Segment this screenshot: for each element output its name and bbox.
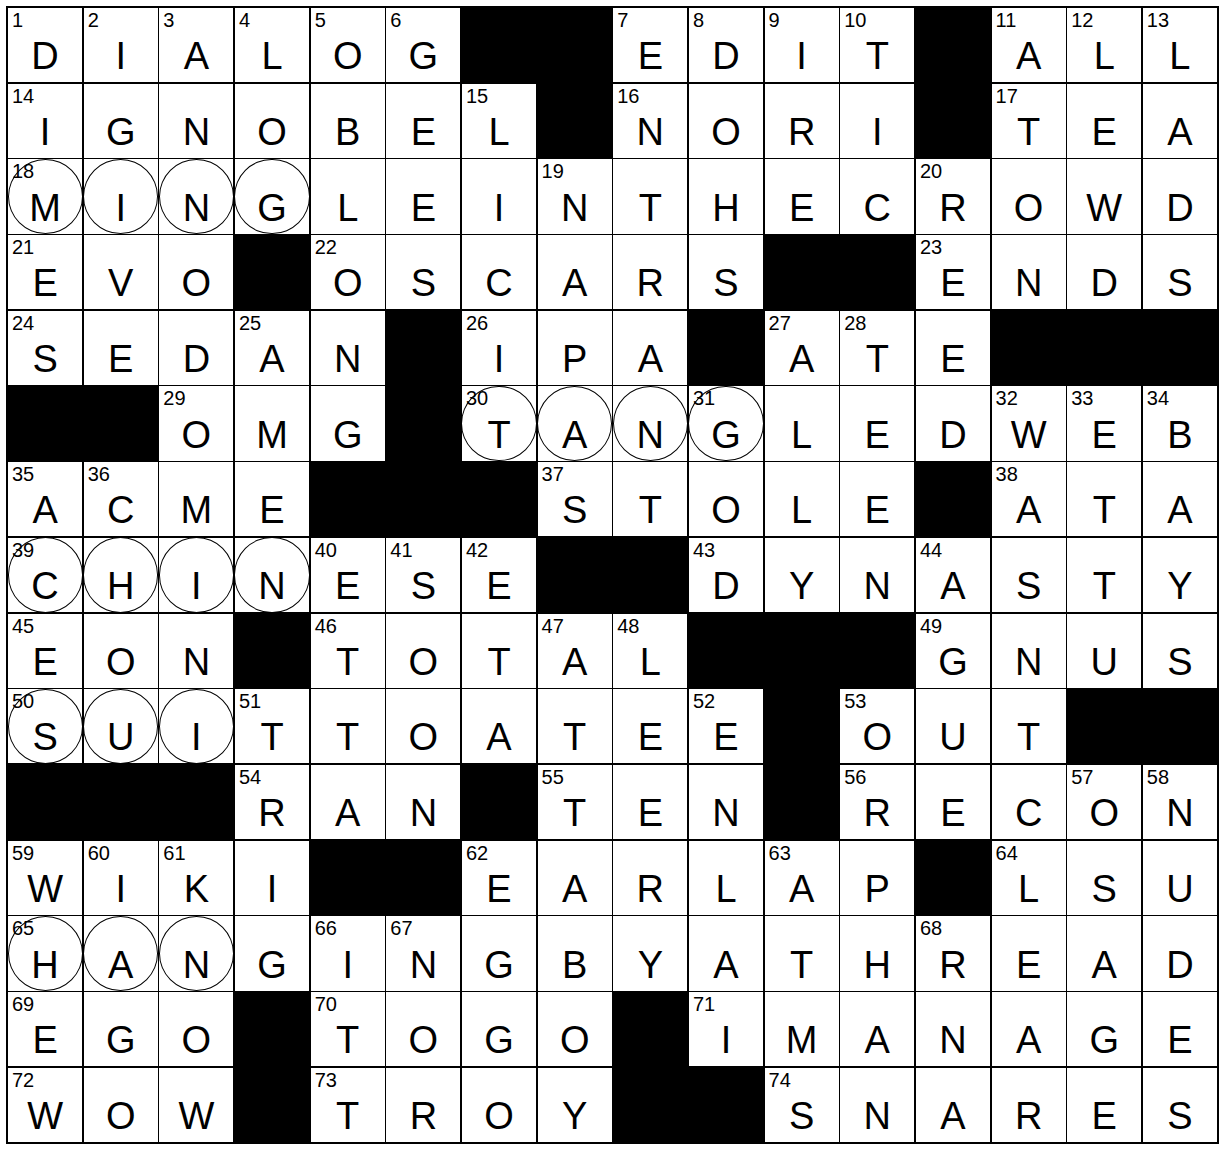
cell-r14c13[interactable]: N: [916, 992, 990, 1066]
cell-r1c16[interactable]: 13L: [1143, 8, 1217, 82]
cell-r11c16[interactable]: 58N: [1143, 765, 1217, 839]
cell-letter: I: [235, 870, 309, 908]
black-cell-r11c2: [84, 765, 158, 839]
cell-r3c8[interactable]: 19N: [538, 159, 612, 233]
cell-r15c16[interactable]: S: [1143, 1068, 1217, 1142]
cell-r2c15[interactable]: E: [1067, 84, 1141, 158]
cell-r4c6[interactable]: S: [386, 235, 460, 309]
cell-r7c16[interactable]: A: [1143, 462, 1217, 536]
cell-r6c16[interactable]: 34B: [1143, 386, 1217, 460]
cell-r7c8[interactable]: 37S: [538, 462, 612, 536]
cell-r8c15[interactable]: T: [1067, 538, 1141, 612]
cell-r12c9[interactable]: R: [613, 841, 687, 915]
cell-r15c11[interactable]: 74S: [765, 1068, 839, 1142]
cell-r15c15[interactable]: E: [1067, 1068, 1141, 1142]
black-cell-r6c6: [386, 386, 460, 460]
cell-r12c16[interactable]: U: [1143, 841, 1217, 915]
cell-r8c11[interactable]: Y: [765, 538, 839, 612]
cell-r8c2[interactable]: H: [84, 538, 158, 612]
black-cell-r1c7: [462, 8, 536, 82]
cell-r4c8[interactable]: A: [538, 235, 612, 309]
cell-r2c12[interactable]: I: [840, 84, 914, 158]
cell-r7c4[interactable]: E: [235, 462, 309, 536]
cell-r10c2[interactable]: U: [84, 689, 158, 763]
cell-r13c1[interactable]: 65H: [8, 916, 82, 990]
cell-letter: S: [765, 1097, 839, 1135]
clue-number: 44: [920, 539, 942, 561]
cell-r9c7[interactable]: T: [462, 614, 536, 688]
cell-r13c15[interactable]: A: [1067, 916, 1141, 990]
cell-r2c14[interactable]: 17T: [992, 84, 1066, 158]
cell-letter: N: [1143, 794, 1217, 832]
cell-r15c7[interactable]: O: [462, 1068, 536, 1142]
cell-r8c6[interactable]: 41S: [386, 538, 460, 612]
cell-letter: T: [1067, 491, 1141, 529]
cell-letter: N: [538, 189, 612, 227]
cell-r11c9[interactable]: E: [613, 765, 687, 839]
black-cell-r6c1: [8, 386, 82, 460]
cell-letter: E: [1143, 1021, 1217, 1059]
cell-r8c5[interactable]: 40E: [311, 538, 385, 612]
cell-r3c2[interactable]: I: [84, 159, 158, 233]
cell-letter: R: [613, 264, 687, 302]
cell-r11c4[interactable]: 54R: [235, 765, 309, 839]
cell-r14c3[interactable]: O: [159, 992, 233, 1066]
cell-r11c6[interactable]: N: [386, 765, 460, 839]
cell-r5c7[interactable]: 26I: [462, 311, 536, 385]
cell-letter: T: [538, 718, 612, 756]
cell-letter: G: [916, 643, 990, 681]
cell-letter: W: [992, 416, 1066, 454]
cell-letter: P: [840, 870, 914, 908]
cell-r9c1[interactable]: 45E: [8, 614, 82, 688]
cell-letter: N: [159, 643, 233, 681]
cell-r11c10[interactable]: N: [689, 765, 763, 839]
clue-number: 55: [542, 766, 564, 788]
cell-r15c12[interactable]: N: [840, 1068, 914, 1142]
cell-r1c5[interactable]: 5O: [311, 8, 385, 82]
cell-r3c5[interactable]: L: [311, 159, 385, 233]
cell-r4c5[interactable]: 22O: [311, 235, 385, 309]
cell-letter: L: [765, 416, 839, 454]
clue-number: 40: [315, 539, 337, 561]
clue-number: 67: [390, 917, 412, 939]
cell-r10c9[interactable]: E: [613, 689, 687, 763]
cell-r5c12[interactable]: 28T: [840, 311, 914, 385]
cell-r4c9[interactable]: R: [613, 235, 687, 309]
cell-r6c4[interactable]: M: [235, 386, 309, 460]
clue-number: 19: [542, 160, 564, 182]
cell-r3c3[interactable]: N: [159, 159, 233, 233]
cell-r3c16[interactable]: D: [1143, 159, 1217, 233]
cell-r11c12[interactable]: 56R: [840, 765, 914, 839]
cell-r4c15[interactable]: D: [1067, 235, 1141, 309]
black-cell-r5c16: [1143, 311, 1217, 385]
cell-r2c10[interactable]: O: [689, 84, 763, 158]
cell-r15c6[interactable]: R: [386, 1068, 460, 1142]
cell-letter: Y: [613, 946, 687, 984]
cell-r6c13[interactable]: D: [916, 386, 990, 460]
cell-r6c7[interactable]: 30T: [462, 386, 536, 460]
cell-r6c14[interactable]: 32W: [992, 386, 1066, 460]
cell-r12c4[interactable]: I: [235, 841, 309, 915]
cell-letter: O: [386, 718, 460, 756]
cell-r12c7[interactable]: 62E: [462, 841, 536, 915]
cell-r8c14[interactable]: S: [992, 538, 1066, 612]
black-cell-r6c2: [84, 386, 158, 460]
cell-r12c8[interactable]: A: [538, 841, 612, 915]
cell-r1c14[interactable]: 11A: [992, 8, 1066, 82]
cell-r13c5[interactable]: 66I: [311, 916, 385, 990]
cell-letter: E: [8, 264, 82, 302]
cell-letter: I: [84, 189, 158, 227]
cell-r3c11[interactable]: E: [765, 159, 839, 233]
cell-r7c10[interactable]: O: [689, 462, 763, 536]
cell-r5c4[interactable]: 25A: [235, 311, 309, 385]
cell-r13c11[interactable]: T: [765, 916, 839, 990]
cell-r5c1[interactable]: 24S: [8, 311, 82, 385]
cell-r2c3[interactable]: N: [159, 84, 233, 158]
cell-letter: I: [84, 37, 158, 75]
cell-r13c12[interactable]: H: [840, 916, 914, 990]
cell-r10c3[interactable]: I: [159, 689, 233, 763]
cell-r3c1[interactable]: 18M: [8, 159, 82, 233]
cell-letter: O: [840, 718, 914, 756]
cell-r1c3[interactable]: 3A: [159, 8, 233, 82]
cell-r15c2[interactable]: O: [84, 1068, 158, 1142]
cell-letter: T: [462, 643, 536, 681]
clue-number: 30: [466, 387, 488, 409]
clue-number: 52: [693, 690, 715, 712]
cell-r9c8[interactable]: 47A: [538, 614, 612, 688]
cell-r3c10[interactable]: H: [689, 159, 763, 233]
clue-number: 43: [693, 539, 715, 561]
black-cell-r9c12: [840, 614, 914, 688]
cell-r10c10[interactable]: 52E: [689, 689, 763, 763]
black-cell-r15c10: [689, 1068, 763, 1142]
cell-r6c10[interactable]: 31G: [689, 386, 763, 460]
cell-r6c12[interactable]: E: [840, 386, 914, 460]
cell-r6c8[interactable]: A: [538, 386, 612, 460]
cell-r3c15[interactable]: W: [1067, 159, 1141, 233]
cell-letter: A: [765, 340, 839, 378]
clue-number: 60: [88, 842, 110, 864]
cell-r12c12[interactable]: P: [840, 841, 914, 915]
cell-r3c7[interactable]: I: [462, 159, 536, 233]
cell-r7c12[interactable]: E: [840, 462, 914, 536]
cell-r6c11[interactable]: L: [765, 386, 839, 460]
cell-r12c11[interactable]: 63A: [765, 841, 839, 915]
cell-r14c5[interactable]: 70T: [311, 992, 385, 1066]
cell-r1c2[interactable]: 2I: [84, 8, 158, 82]
cell-letter: H: [8, 946, 82, 984]
black-cell-r7c7: [462, 462, 536, 536]
clue-number: 42: [466, 539, 488, 561]
cell-letter: M: [8, 189, 82, 227]
cell-r11c13[interactable]: E: [916, 765, 990, 839]
cell-r1c11[interactable]: 9I: [765, 8, 839, 82]
cell-r7c1[interactable]: 35A: [8, 462, 82, 536]
cell-r8c4[interactable]: N: [235, 538, 309, 612]
cell-letter: W: [1067, 189, 1141, 227]
clue-number: 12: [1071, 9, 1093, 31]
cell-letter: A: [1067, 946, 1141, 984]
cell-r7c9[interactable]: T: [613, 462, 687, 536]
cell-r14c2[interactable]: G: [84, 992, 158, 1066]
cell-r2c7[interactable]: 15L: [462, 84, 536, 158]
cell-r2c4[interactable]: O: [235, 84, 309, 158]
cell-r14c6[interactable]: O: [386, 992, 460, 1066]
crossword-puzzle-page: 1D2I3A4L5O6G7E8D9I10T11A12L13L14IGNOBE15…: [0, 0, 1225, 1150]
cell-r1c12[interactable]: 10T: [840, 8, 914, 82]
cell-letter: L: [235, 37, 309, 75]
cell-r14c14[interactable]: A: [992, 992, 1066, 1066]
cell-r14c7[interactable]: G: [462, 992, 536, 1066]
cell-r8c16[interactable]: Y: [1143, 538, 1217, 612]
cell-r3c6[interactable]: E: [386, 159, 460, 233]
cell-r11c5[interactable]: A: [311, 765, 385, 839]
cell-r10c7[interactable]: A: [462, 689, 536, 763]
cell-r13c6[interactable]: 67N: [386, 916, 460, 990]
cell-r11c8[interactable]: 55T: [538, 765, 612, 839]
cell-letter: L: [462, 113, 536, 151]
cell-letter: A: [538, 264, 612, 302]
cell-r9c6[interactable]: O: [386, 614, 460, 688]
cell-r2c16[interactable]: A: [1143, 84, 1217, 158]
cell-r15c3[interactable]: W: [159, 1068, 233, 1142]
clue-number: 11: [996, 9, 1017, 31]
cell-r14c15[interactable]: G: [1067, 992, 1141, 1066]
cell-r7c14[interactable]: 38A: [992, 462, 1066, 536]
clue-number: 34: [1147, 387, 1169, 409]
cell-r9c9[interactable]: 48L: [613, 614, 687, 688]
cell-r8c13[interactable]: 44A: [916, 538, 990, 612]
cell-r1c10[interactable]: 8D: [689, 8, 763, 82]
cell-r14c11[interactable]: M: [765, 992, 839, 1066]
cell-letter: M: [235, 416, 309, 454]
cell-letter: T: [311, 643, 385, 681]
cell-r5c3[interactable]: D: [159, 311, 233, 385]
cell-r7c2[interactable]: 36C: [84, 462, 158, 536]
cell-r12c10[interactable]: L: [689, 841, 763, 915]
black-cell-r5c6: [386, 311, 460, 385]
cell-letter: R: [613, 870, 687, 908]
cell-r13c7[interactable]: G: [462, 916, 536, 990]
clue-number: 39: [12, 539, 34, 561]
cell-letter: N: [159, 113, 233, 151]
cell-r6c9[interactable]: N: [613, 386, 687, 460]
cell-r4c14[interactable]: N: [992, 235, 1066, 309]
cell-r6c3[interactable]: 29O: [159, 386, 233, 460]
cell-letter: O: [386, 643, 460, 681]
cell-r1c4[interactable]: 4L: [235, 8, 309, 82]
cell-r10c14[interactable]: T: [992, 689, 1066, 763]
cell-letter: O: [159, 264, 233, 302]
cell-r12c15[interactable]: S: [1067, 841, 1141, 915]
cell-r5c11[interactable]: 27A: [765, 311, 839, 385]
cell-r3c9[interactable]: T: [613, 159, 687, 233]
cell-r2c2[interactable]: G: [84, 84, 158, 158]
cell-letter: I: [462, 340, 536, 378]
cell-r12c1[interactable]: 59W: [8, 841, 82, 915]
cell-letter: P: [538, 340, 612, 378]
cell-r11c15[interactable]: 57O: [1067, 765, 1141, 839]
cell-letter: E: [916, 264, 990, 302]
cell-r13c9[interactable]: Y: [613, 916, 687, 990]
black-cell-r14c4: [235, 992, 309, 1066]
cell-r3c14[interactable]: O: [992, 159, 1066, 233]
cell-r4c3[interactable]: O: [159, 235, 233, 309]
cell-r12c14[interactable]: 64L: [992, 841, 1066, 915]
cell-letter: V: [84, 264, 158, 302]
cell-letter: D: [159, 340, 233, 378]
cell-letter: H: [84, 567, 158, 605]
cell-r3c13[interactable]: 20R: [916, 159, 990, 233]
cell-r5c8[interactable]: P: [538, 311, 612, 385]
clue-number: 26: [466, 312, 488, 334]
cell-r15c13[interactable]: A: [916, 1068, 990, 1142]
cell-r6c5[interactable]: G: [311, 386, 385, 460]
cell-r12c2[interactable]: 60I: [84, 841, 158, 915]
cell-r4c10[interactable]: S: [689, 235, 763, 309]
cell-letter: O: [689, 113, 763, 151]
cell-r6c15[interactable]: 33E: [1067, 386, 1141, 460]
cell-r2c5[interactable]: B: [311, 84, 385, 158]
cell-r8c3[interactable]: I: [159, 538, 233, 612]
cell-letter: N: [992, 264, 1066, 302]
cell-r14c16[interactable]: E: [1143, 992, 1217, 1066]
cell-r14c1[interactable]: 69E: [8, 992, 82, 1066]
cell-r9c5[interactable]: 46T: [311, 614, 385, 688]
clue-number: 72: [12, 1069, 34, 1091]
cell-r8c7[interactable]: 42E: [462, 538, 536, 612]
cell-r1c1[interactable]: 1D: [8, 8, 82, 82]
cell-r2c1[interactable]: 14I: [8, 84, 82, 158]
cell-r9c2[interactable]: O: [84, 614, 158, 688]
clue-number: 47: [542, 615, 564, 637]
cell-r15c8[interactable]: Y: [538, 1068, 612, 1142]
cell-r10c5[interactable]: T: [311, 689, 385, 763]
cell-letter: I: [8, 113, 82, 151]
cell-letter: R: [992, 1097, 1066, 1135]
cell-r13c2[interactable]: A: [84, 916, 158, 990]
cell-r13c8[interactable]: B: [538, 916, 612, 990]
clue-number: 23: [920, 236, 942, 258]
cell-r13c13[interactable]: 68R: [916, 916, 990, 990]
black-cell-r7c6: [386, 462, 460, 536]
cell-letter: L: [613, 643, 687, 681]
cell-letter: S: [386, 567, 460, 605]
cell-r13c16[interactable]: D: [1143, 916, 1217, 990]
cell-r1c15[interactable]: 12L: [1067, 8, 1141, 82]
cell-r10c12[interactable]: 53O: [840, 689, 914, 763]
cell-letter: Y: [765, 567, 839, 605]
cell-r13c10[interactable]: A: [689, 916, 763, 990]
cell-letter: S: [1067, 870, 1141, 908]
cell-letter: A: [765, 870, 839, 908]
black-cell-r4c11: [765, 235, 839, 309]
cell-r9c15[interactable]: U: [1067, 614, 1141, 688]
cell-r8c12[interactable]: N: [840, 538, 914, 612]
cell-r14c12[interactable]: A: [840, 992, 914, 1066]
cell-letter: H: [689, 189, 763, 227]
cell-r10c1[interactable]: 50S: [8, 689, 82, 763]
clue-number: 53: [844, 690, 866, 712]
cell-r7c15[interactable]: T: [1067, 462, 1141, 536]
cell-r14c8[interactable]: O: [538, 992, 612, 1066]
cell-r13c3[interactable]: N: [159, 916, 233, 990]
cell-r8c1[interactable]: 39C: [8, 538, 82, 612]
cell-r5c5[interactable]: N: [311, 311, 385, 385]
cell-r2c6[interactable]: E: [386, 84, 460, 158]
cell-r5c13[interactable]: E: [916, 311, 990, 385]
cell-r7c3[interactable]: M: [159, 462, 233, 536]
clue-number: 32: [996, 387, 1018, 409]
cell-r5c9[interactable]: A: [613, 311, 687, 385]
cell-letter: N: [235, 567, 309, 605]
cell-r10c6[interactable]: O: [386, 689, 460, 763]
cell-letter: I: [84, 870, 158, 908]
cell-r13c14[interactable]: E: [992, 916, 1066, 990]
cell-r2c9[interactable]: 16N: [613, 84, 687, 158]
cell-r12c3[interactable]: 61K: [159, 841, 233, 915]
cell-letter: A: [992, 37, 1066, 75]
clue-number: 17: [996, 85, 1018, 107]
cell-letter: B: [311, 113, 385, 151]
cell-r4c2[interactable]: V: [84, 235, 158, 309]
cell-letter: A: [8, 491, 82, 529]
cell-r9c16[interactable]: S: [1143, 614, 1217, 688]
cell-r1c9[interactable]: 7E: [613, 8, 687, 82]
cell-letter: U: [916, 718, 990, 756]
cell-r1c6[interactable]: 6G: [386, 8, 460, 82]
cell-r8c10[interactable]: 43D: [689, 538, 763, 612]
cell-letter: C: [8, 567, 82, 605]
cell-r9c13[interactable]: 49G: [916, 614, 990, 688]
cell-r15c14[interactable]: R: [992, 1068, 1066, 1142]
cell-r4c16[interactable]: S: [1143, 235, 1217, 309]
cell-r7c11[interactable]: L: [765, 462, 839, 536]
cell-letter: E: [613, 37, 687, 75]
cell-r9c14[interactable]: N: [992, 614, 1066, 688]
cell-letter: G: [1067, 1021, 1141, 1059]
cell-r15c5[interactable]: 73T: [311, 1068, 385, 1142]
cell-r3c4[interactable]: G: [235, 159, 309, 233]
clue-number: 36: [88, 463, 110, 485]
cell-letter: N: [840, 1097, 914, 1135]
clue-number: 71: [693, 993, 715, 1015]
cell-r15c1[interactable]: 72W: [8, 1068, 82, 1142]
cell-r4c7[interactable]: C: [462, 235, 536, 309]
cell-r13c4[interactable]: G: [235, 916, 309, 990]
cell-r10c4[interactable]: 51T: [235, 689, 309, 763]
cell-r4c13[interactable]: 23E: [916, 235, 990, 309]
cell-r11c14[interactable]: C: [992, 765, 1066, 839]
cell-r4c1[interactable]: 21E: [8, 235, 82, 309]
black-cell-r1c8: [538, 8, 612, 82]
cell-r3c12[interactable]: C: [840, 159, 914, 233]
cell-letter: A: [1143, 491, 1217, 529]
cell-letter: G: [386, 37, 460, 75]
cell-letter: E: [992, 946, 1066, 984]
cell-r2c11[interactable]: R: [765, 84, 839, 158]
cell-r9c3[interactable]: N: [159, 614, 233, 688]
cell-r14c10[interactable]: 71I: [689, 992, 763, 1066]
cell-r5c2[interactable]: E: [84, 311, 158, 385]
cell-letter: A: [159, 37, 233, 75]
cell-r10c8[interactable]: T: [538, 689, 612, 763]
cell-r10c13[interactable]: U: [916, 689, 990, 763]
